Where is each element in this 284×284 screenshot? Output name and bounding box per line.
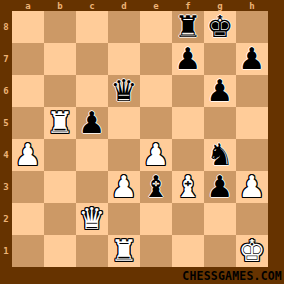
square-b5[interactable]: ♜ <box>44 107 76 139</box>
square-c8[interactable] <box>76 11 108 43</box>
piece-white-pawn: ♟ <box>236 171 268 203</box>
square-d5[interactable] <box>108 107 140 139</box>
piece-black-king: ♚ <box>204 11 236 43</box>
file-label-c: c <box>76 0 108 11</box>
square-g4[interactable]: ♞ <box>204 139 236 171</box>
square-h2[interactable] <box>236 203 268 235</box>
square-g5[interactable] <box>204 107 236 139</box>
rank-label-3: 3 <box>0 171 12 203</box>
square-h6[interactable] <box>236 75 268 107</box>
rank-label-4: 4 <box>0 139 12 171</box>
square-f2[interactable] <box>172 203 204 235</box>
square-g8[interactable]: ♚ <box>204 11 236 43</box>
square-d1[interactable]: ♜ <box>108 235 140 267</box>
rank-label-1: 1 <box>0 235 12 267</box>
square-f6[interactable] <box>172 75 204 107</box>
square-g7[interactable] <box>204 43 236 75</box>
square-h4[interactable] <box>236 139 268 171</box>
piece-black-pawn: ♟ <box>236 43 268 75</box>
square-b2[interactable] <box>44 203 76 235</box>
square-f1[interactable] <box>172 235 204 267</box>
piece-black-bishop: ♝ <box>140 171 172 203</box>
square-b3[interactable] <box>44 171 76 203</box>
square-c4[interactable] <box>76 139 108 171</box>
chess-diagram: abcdefgh 87654321 ♜♚♟♟♛♟♜♟♟♟♞♟♝♝♟♟♛♜♚ CH… <box>0 0 284 284</box>
piece-black-pawn: ♟ <box>204 171 236 203</box>
rank-labels: 87654321 <box>0 11 12 267</box>
square-b7[interactable] <box>44 43 76 75</box>
piece-white-pawn: ♟ <box>108 171 140 203</box>
file-label-h: h <box>236 0 268 11</box>
square-f7[interactable]: ♟ <box>172 43 204 75</box>
square-c5[interactable]: ♟ <box>76 107 108 139</box>
piece-white-pawn: ♟ <box>140 139 172 171</box>
square-e2[interactable] <box>140 203 172 235</box>
piece-black-knight: ♞ <box>204 139 236 171</box>
chess-board: ♜♚♟♟♛♟♜♟♟♟♞♟♝♝♟♟♛♜♚ <box>12 11 268 267</box>
file-label-d: d <box>108 0 140 11</box>
square-c7[interactable] <box>76 43 108 75</box>
square-e3[interactable]: ♝ <box>140 171 172 203</box>
square-e8[interactable] <box>140 11 172 43</box>
square-g1[interactable] <box>204 235 236 267</box>
square-f3[interactable]: ♝ <box>172 171 204 203</box>
square-g2[interactable] <box>204 203 236 235</box>
square-d3[interactable]: ♟ <box>108 171 140 203</box>
square-g3[interactable]: ♟ <box>204 171 236 203</box>
square-c2[interactable]: ♛ <box>76 203 108 235</box>
square-c1[interactable] <box>76 235 108 267</box>
square-a4[interactable]: ♟ <box>12 139 44 171</box>
piece-black-rook: ♜ <box>172 11 204 43</box>
square-e1[interactable] <box>140 235 172 267</box>
piece-white-rook: ♜ <box>44 107 76 139</box>
piece-white-bishop: ♝ <box>172 171 204 203</box>
square-d6[interactable]: ♛ <box>108 75 140 107</box>
square-c6[interactable] <box>76 75 108 107</box>
square-h1[interactable]: ♚ <box>236 235 268 267</box>
square-h8[interactable] <box>236 11 268 43</box>
square-b8[interactable] <box>44 11 76 43</box>
rank-label-8: 8 <box>0 11 12 43</box>
square-b1[interactable] <box>44 235 76 267</box>
square-a6[interactable] <box>12 75 44 107</box>
piece-black-pawn: ♟ <box>76 107 108 139</box>
square-h5[interactable] <box>236 107 268 139</box>
square-g6[interactable]: ♟ <box>204 75 236 107</box>
file-label-e: e <box>140 0 172 11</box>
square-h7[interactable]: ♟ <box>236 43 268 75</box>
piece-white-king: ♚ <box>236 235 268 267</box>
square-d4[interactable] <box>108 139 140 171</box>
square-a7[interactable] <box>12 43 44 75</box>
square-e5[interactable] <box>140 107 172 139</box>
square-f8[interactable]: ♜ <box>172 11 204 43</box>
square-d7[interactable] <box>108 43 140 75</box>
piece-black-queen: ♛ <box>108 75 140 107</box>
square-f5[interactable] <box>172 107 204 139</box>
rank-label-6: 6 <box>0 75 12 107</box>
piece-black-pawn: ♟ <box>204 75 236 107</box>
square-a1[interactable] <box>12 235 44 267</box>
square-a2[interactable] <box>12 203 44 235</box>
piece-white-pawn: ♟ <box>12 139 44 171</box>
piece-white-queen: ♛ <box>76 203 108 235</box>
square-e6[interactable] <box>140 75 172 107</box>
rank-label-2: 2 <box>0 203 12 235</box>
square-f4[interactable] <box>172 139 204 171</box>
square-e4[interactable]: ♟ <box>140 139 172 171</box>
square-d2[interactable] <box>108 203 140 235</box>
rank-label-5: 5 <box>0 107 12 139</box>
square-b4[interactable] <box>44 139 76 171</box>
square-c3[interactable] <box>76 171 108 203</box>
square-a8[interactable] <box>12 11 44 43</box>
square-b6[interactable] <box>44 75 76 107</box>
piece-black-pawn: ♟ <box>172 43 204 75</box>
square-e7[interactable] <box>140 43 172 75</box>
square-d8[interactable] <box>108 11 140 43</box>
square-h3[interactable]: ♟ <box>236 171 268 203</box>
site-credit: CHESSGAMES.COM <box>182 269 282 283</box>
file-label-b: b <box>44 0 76 11</box>
rank-label-7: 7 <box>0 43 12 75</box>
file-label-a: a <box>12 0 44 11</box>
square-a5[interactable] <box>12 107 44 139</box>
square-a3[interactable] <box>12 171 44 203</box>
piece-white-rook: ♜ <box>108 235 140 267</box>
